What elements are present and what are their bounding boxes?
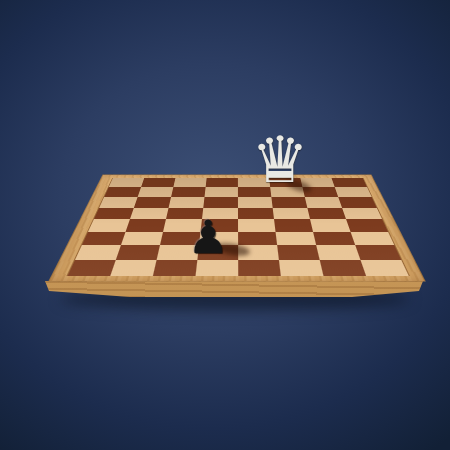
square-g2[interactable] <box>316 245 360 260</box>
square-e6[interactable] <box>238 197 273 208</box>
square-b7[interactable] <box>138 187 174 197</box>
square-g4[interactable] <box>310 219 350 231</box>
square-f4[interactable] <box>274 219 313 231</box>
square-h6[interactable] <box>338 197 376 208</box>
square-e4[interactable] <box>238 219 276 231</box>
square-g5[interactable] <box>307 208 346 219</box>
square-h4[interactable] <box>346 219 388 231</box>
square-d7[interactable] <box>204 187 237 197</box>
square-f5[interactable] <box>273 208 310 219</box>
square-a1[interactable] <box>68 260 116 276</box>
square-h5[interactable] <box>342 208 382 219</box>
square-g6[interactable] <box>305 197 342 208</box>
square-d8[interactable] <box>206 178 238 187</box>
square-f3[interactable] <box>276 232 317 245</box>
square-e5[interactable] <box>238 208 274 219</box>
square-h7[interactable] <box>335 187 372 197</box>
square-a6[interactable] <box>99 197 137 208</box>
piece-black-pawn-d2[interactable]: ♟ <box>186 214 230 260</box>
square-e1[interactable] <box>238 260 281 276</box>
square-b2[interactable] <box>116 245 160 260</box>
square-b1[interactable] <box>110 260 156 276</box>
square-a3[interactable] <box>82 232 126 245</box>
square-b6[interactable] <box>134 197 171 208</box>
square-f2[interactable] <box>277 245 320 260</box>
square-h1[interactable] <box>360 260 408 276</box>
board-frame <box>48 175 425 282</box>
square-b5[interactable] <box>130 208 169 219</box>
square-g3[interactable] <box>313 232 355 245</box>
square-b3[interactable] <box>121 232 163 245</box>
square-f1[interactable] <box>279 260 324 276</box>
square-e3[interactable] <box>238 232 277 245</box>
square-h8[interactable] <box>332 178 368 187</box>
chessboard <box>68 178 409 276</box>
square-f6[interactable] <box>271 197 307 208</box>
square-b4[interactable] <box>126 219 166 231</box>
chess-scene-background: ♛♟ <box>0 0 450 450</box>
square-h3[interactable] <box>350 232 394 245</box>
square-b8[interactable] <box>141 178 175 187</box>
square-a4[interactable] <box>88 219 130 231</box>
square-h2[interactable] <box>355 245 401 260</box>
square-a7[interactable] <box>104 187 141 197</box>
square-a5[interactable] <box>94 208 134 219</box>
square-c7[interactable] <box>171 187 206 197</box>
square-a8[interactable] <box>109 178 145 187</box>
square-e2[interactable] <box>238 245 279 260</box>
square-d6[interactable] <box>203 197 238 208</box>
piece-white-queen-f8[interactable]: ♛ <box>248 128 312 192</box>
square-c8[interactable] <box>173 178 206 187</box>
square-g1[interactable] <box>320 260 366 276</box>
square-a2[interactable] <box>75 245 121 260</box>
square-c6[interactable] <box>169 197 205 208</box>
